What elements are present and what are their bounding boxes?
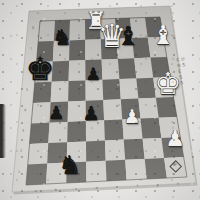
pieces-layer: ♜♞♛♝♝♚♟♚♟♟♟♟♞ [0, 0, 200, 200]
piece-black-knight-b7[interactable]: ♞ [52, 27, 72, 49]
piece-black-knight-c1[interactable]: ♞ [58, 152, 81, 178]
piece-black-bishop-f7[interactable]: ♝ [116, 23, 139, 49]
piece-white-pawn-f3[interactable]: ♟ [123, 107, 140, 126]
chessboard-photo: abcdefgh87654321 US CHESS ♔ ♜♞♛♝♝♚♟♚♟♟♟♟… [0, 0, 200, 200]
piece-white-bishop-h7[interactable]: ♝ [151, 22, 174, 48]
piece-white-king-h5[interactable]: ♚ [155, 69, 182, 99]
piece-white-pawn-h3[interactable]: ♟ [165, 128, 185, 150]
piece-black-king-a6[interactable]: ♚ [26, 53, 55, 85]
offboard-captured-piece [0, 104, 6, 158]
piece-black-pawn-b4[interactable]: ♟ [48, 104, 64, 122]
piece-black-pawn-d4[interactable]: ♟ [82, 104, 99, 123]
piece-black-pawn-d6[interactable]: ♟ [85, 66, 100, 83]
